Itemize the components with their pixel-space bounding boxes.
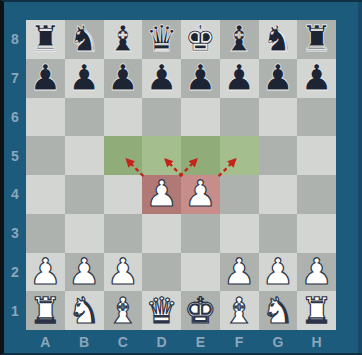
black-king-e8[interactable]: ♚: [184, 21, 216, 57]
white-bishop-c1[interactable]: ♝: [107, 293, 139, 329]
white-pawn-d4[interactable]: ♟: [145, 176, 177, 212]
square-a3[interactable]: [26, 214, 65, 253]
white-pawn-f2[interactable]: ♟: [223, 254, 255, 290]
square-c5[interactable]: [104, 136, 143, 175]
square-b3[interactable]: [65, 214, 104, 253]
black-pawn-b7[interactable]: ♟: [68, 60, 100, 96]
square-a7[interactable]: ♟: [26, 59, 65, 98]
black-pawn-g7[interactable]: ♟: [262, 60, 294, 96]
white-pawn-e4[interactable]: ♟: [184, 176, 216, 212]
square-a1[interactable]: ♜: [26, 291, 65, 330]
black-knight-g8[interactable]: ♞: [262, 21, 294, 57]
square-h1[interactable]: ♜: [297, 291, 336, 330]
square-h7[interactable]: ♟: [297, 59, 336, 98]
white-pawn-a2[interactable]: ♟: [29, 254, 61, 290]
square-d1[interactable]: ♛: [142, 291, 181, 330]
black-pawn-f7[interactable]: ♟: [223, 60, 255, 96]
square-a8[interactable]: ♜: [26, 20, 65, 59]
rank-labels: 87654321: [4, 20, 26, 330]
square-h2[interactable]: ♟: [297, 253, 336, 292]
square-h3[interactable]: [297, 214, 336, 253]
square-f1[interactable]: ♝: [220, 291, 259, 330]
square-d7[interactable]: ♟: [142, 59, 181, 98]
chess-board-frame: 87654321 ♜♞♝♛♚♝♞♜♟♟♟♟♟♟♟♟♟♟♟♟♟♟♟♟♜♞♝♛♚♝♞…: [0, 0, 362, 355]
black-queen-d8[interactable]: ♛: [145, 21, 177, 57]
white-queen-d1[interactable]: ♛: [145, 293, 177, 329]
square-g2[interactable]: ♟: [259, 253, 298, 292]
black-knight-b8[interactable]: ♞: [68, 21, 100, 57]
square-g6[interactable]: [259, 98, 298, 137]
rank-label-4: 4: [4, 175, 26, 214]
black-pawn-e7[interactable]: ♟: [184, 60, 216, 96]
file-label-b: B: [65, 330, 104, 353]
square-f6[interactable]: [220, 98, 259, 137]
white-knight-g1[interactable]: ♞: [262, 293, 294, 329]
rank-label-3: 3: [4, 214, 26, 253]
square-e7[interactable]: ♟: [181, 59, 220, 98]
file-label-e: E: [181, 330, 220, 353]
square-a6[interactable]: [26, 98, 65, 137]
square-d3[interactable]: [142, 214, 181, 253]
rank-label-6: 6: [4, 98, 26, 137]
square-d2[interactable]: [142, 253, 181, 292]
white-king-e1[interactable]: ♚: [184, 293, 216, 329]
square-d6[interactable]: [142, 98, 181, 137]
square-c8[interactable]: ♝: [104, 20, 143, 59]
square-f3[interactable]: [220, 214, 259, 253]
square-f2[interactable]: ♟: [220, 253, 259, 292]
square-c7[interactable]: ♟: [104, 59, 143, 98]
square-c2[interactable]: ♟: [104, 253, 143, 292]
square-c4[interactable]: [104, 175, 143, 214]
square-a4[interactable]: [26, 175, 65, 214]
black-bishop-c8[interactable]: ♝: [107, 21, 139, 57]
rank-label-8: 8: [4, 20, 26, 59]
square-f4[interactable]: [220, 175, 259, 214]
square-e2[interactable]: [181, 253, 220, 292]
square-f7[interactable]: ♟: [220, 59, 259, 98]
black-rook-a8[interactable]: ♜: [29, 21, 61, 57]
square-a2[interactable]: ♟: [26, 253, 65, 292]
file-labels: ABCDEFGH: [26, 330, 336, 353]
white-pawn-c2[interactable]: ♟: [107, 254, 139, 290]
square-d8[interactable]: ♛: [142, 20, 181, 59]
square-g7[interactable]: ♟: [259, 59, 298, 98]
square-h6[interactable]: [297, 98, 336, 137]
square-d4[interactable]: ♟: [142, 175, 181, 214]
square-b6[interactable]: [65, 98, 104, 137]
square-f5[interactable]: [220, 136, 259, 175]
square-e1[interactable]: ♚: [181, 291, 220, 330]
square-a5[interactable]: [26, 136, 65, 175]
square-c1[interactable]: ♝: [104, 291, 143, 330]
square-e5[interactable]: [181, 136, 220, 175]
file-label-f: F: [220, 330, 259, 353]
square-c6[interactable]: [104, 98, 143, 137]
square-g4[interactable]: [259, 175, 298, 214]
file-label-g: G: [259, 330, 298, 353]
square-g3[interactable]: [259, 214, 298, 253]
square-d5[interactable]: [142, 136, 181, 175]
black-pawn-a7[interactable]: ♟: [29, 60, 61, 96]
rank-label-2: 2: [4, 253, 26, 292]
white-bishop-f1[interactable]: ♝: [223, 293, 255, 329]
square-e6[interactable]: [181, 98, 220, 137]
rank-label-5: 5: [4, 136, 26, 175]
board: ♜♞♝♛♚♝♞♜♟♟♟♟♟♟♟♟♟♟♟♟♟♟♟♟♜♞♝♛♚♝♞♜: [26, 20, 336, 330]
rank-label-1: 1: [4, 291, 26, 330]
file-label-h: H: [297, 330, 336, 353]
white-pawn-b2[interactable]: ♟: [68, 254, 100, 290]
square-c3[interactable]: [104, 214, 143, 253]
black-rook-h8[interactable]: ♜: [300, 21, 332, 57]
square-h4[interactable]: [297, 175, 336, 214]
square-b1[interactable]: ♞: [65, 291, 104, 330]
square-g5[interactable]: [259, 136, 298, 175]
square-e3[interactable]: [181, 214, 220, 253]
square-b5[interactable]: [65, 136, 104, 175]
file-label-d: D: [142, 330, 181, 353]
white-pawn-g2[interactable]: ♟: [262, 254, 294, 290]
black-pawn-c7[interactable]: ♟: [107, 60, 139, 96]
white-knight-b1[interactable]: ♞: [68, 293, 100, 329]
square-b7[interactable]: ♟: [65, 59, 104, 98]
square-f8[interactable]: ♝: [220, 20, 259, 59]
black-bishop-f8[interactable]: ♝: [223, 21, 255, 57]
black-pawn-h7[interactable]: ♟: [300, 60, 332, 96]
black-pawn-d7[interactable]: ♟: [145, 60, 177, 96]
square-e8[interactable]: ♚: [181, 20, 220, 59]
file-label-a: A: [26, 330, 65, 353]
square-b2[interactable]: ♟: [65, 253, 104, 292]
square-b4[interactable]: [65, 175, 104, 214]
square-g8[interactable]: ♞: [259, 20, 298, 59]
square-h5[interactable]: [297, 136, 336, 175]
white-pawn-h2[interactable]: ♟: [300, 254, 332, 290]
square-g1[interactable]: ♞: [259, 291, 298, 330]
square-e4[interactable]: ♟: [181, 175, 220, 214]
white-rook-h1[interactable]: ♜: [300, 293, 332, 329]
square-h8[interactable]: ♜: [297, 20, 336, 59]
white-rook-a1[interactable]: ♜: [29, 293, 61, 329]
square-b8[interactable]: ♞: [65, 20, 104, 59]
rank-label-7: 7: [4, 59, 26, 98]
file-label-c: C: [104, 330, 143, 353]
